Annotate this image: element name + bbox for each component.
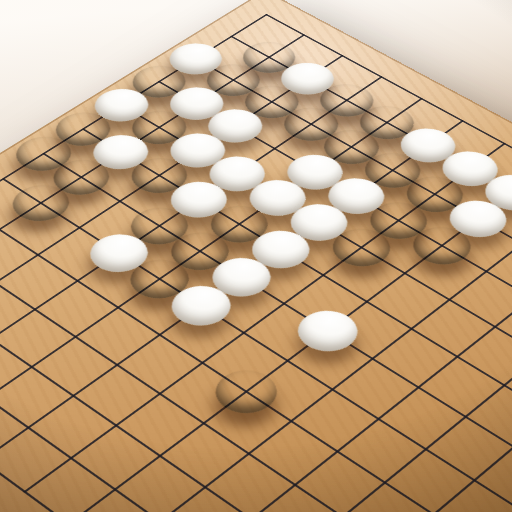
go-board-photo	[0, 0, 512, 512]
photo-vignette	[0, 0, 512, 512]
